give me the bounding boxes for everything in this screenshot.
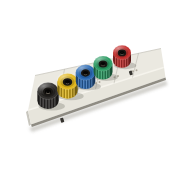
socket-hole-core bbox=[101, 63, 104, 65]
socket-hole-core bbox=[120, 52, 123, 54]
socket-hole-core bbox=[84, 72, 87, 75]
socket-hole-core bbox=[46, 91, 50, 94]
terminal-block-scene bbox=[0, 0, 175, 175]
socket-hole-core bbox=[66, 81, 70, 84]
product-photo bbox=[0, 0, 175, 175]
